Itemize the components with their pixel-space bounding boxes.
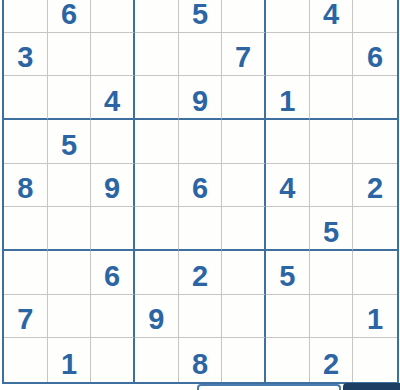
given-digit: 8 — [192, 350, 208, 379]
cell-r9c8[interactable]: 2 — [310, 338, 354, 382]
cell-r5c1[interactable]: 8 — [4, 164, 48, 208]
given-digit: 5 — [323, 218, 339, 247]
cell-r6c4[interactable] — [135, 207, 179, 251]
cell-r7c6[interactable] — [222, 251, 266, 295]
cell-r4c2[interactable]: 5 — [48, 120, 92, 164]
cell-r3c5[interactable]: 9 — [179, 76, 223, 120]
cell-r3c8[interactable] — [310, 76, 354, 120]
cell-r5c9[interactable]: 2 — [353, 164, 397, 208]
given-digit: 7 — [235, 43, 251, 72]
cell-r2c7[interactable] — [266, 33, 310, 77]
cell-r6c1[interactable] — [4, 207, 48, 251]
cell-r3c6[interactable] — [222, 76, 266, 120]
cell-r3c9[interactable] — [353, 76, 397, 120]
cell-r6c2[interactable] — [48, 207, 92, 251]
cell-r4c1[interactable] — [4, 120, 48, 164]
cell-r4c5[interactable] — [179, 120, 223, 164]
cell-r4c4[interactable] — [135, 120, 179, 164]
cell-r4c9[interactable] — [353, 120, 397, 164]
given-digit: 4 — [104, 87, 120, 116]
cell-r8c7[interactable] — [266, 295, 310, 339]
cell-r7c7[interactable]: 5 — [266, 251, 310, 295]
cell-r3c7[interactable]: 1 — [266, 76, 310, 120]
cell-r7c1[interactable] — [4, 251, 48, 295]
cell-r9c9[interactable] — [353, 338, 397, 382]
cell-r6c5[interactable] — [179, 207, 223, 251]
cell-r3c3[interactable]: 4 — [91, 76, 135, 120]
given-digit: 2 — [367, 174, 383, 203]
cell-r8c8[interactable] — [310, 295, 354, 339]
cell-r8c9[interactable]: 1 — [353, 295, 397, 339]
given-digit: 5 — [61, 131, 77, 160]
cell-r8c4[interactable]: 9 — [135, 295, 179, 339]
cell-r8c3[interactable] — [91, 295, 135, 339]
cell-r6c3[interactable] — [91, 207, 135, 251]
given-digit: 8 — [17, 174, 33, 203]
sudoku-screen: 6543764915896425625791182 — [0, 0, 400, 390]
given-digit: 2 — [323, 350, 339, 379]
cell-r1c6[interactable] — [222, 0, 266, 33]
cell-r7c9[interactable] — [353, 251, 397, 295]
cutoff-button-outline[interactable] — [197, 384, 341, 390]
given-digit: 5 — [192, 0, 208, 29]
given-digit: 9 — [148, 305, 164, 334]
given-digit: 6 — [104, 262, 120, 291]
cell-r3c1[interactable] — [4, 76, 48, 120]
cell-r2c8[interactable] — [310, 33, 354, 77]
cell-r7c3[interactable]: 6 — [91, 251, 135, 295]
given-digit: 5 — [279, 262, 295, 291]
cell-r7c5[interactable]: 2 — [179, 251, 223, 295]
given-digit: 4 — [323, 0, 339, 29]
cell-r6c7[interactable] — [266, 207, 310, 251]
cell-r4c7[interactable] — [266, 120, 310, 164]
given-digit: 1 — [279, 87, 295, 116]
cell-r5c2[interactable] — [48, 164, 92, 208]
cell-r5c6[interactable] — [222, 164, 266, 208]
cell-r4c8[interactable] — [310, 120, 354, 164]
cell-r8c5[interactable] — [179, 295, 223, 339]
cell-r7c4[interactable] — [135, 251, 179, 295]
given-digit: 9 — [104, 174, 120, 203]
cell-r2c9[interactable]: 6 — [353, 33, 397, 77]
cell-r7c8[interactable] — [310, 251, 354, 295]
cell-r8c1[interactable]: 7 — [4, 295, 48, 339]
cell-r1c8[interactable]: 4 — [310, 0, 354, 33]
given-digit: 7 — [17, 305, 33, 334]
given-digit: 6 — [367, 43, 383, 72]
cell-r4c6[interactable] — [222, 120, 266, 164]
cell-r6c9[interactable] — [353, 207, 397, 251]
given-digit: 2 — [192, 262, 208, 291]
cell-r9c7[interactable] — [266, 338, 310, 382]
cell-r8c2[interactable] — [48, 295, 92, 339]
cell-r4c3[interactable] — [91, 120, 135, 164]
cell-r1c3[interactable] — [91, 0, 135, 33]
cell-r1c9[interactable] — [353, 0, 397, 33]
given-digit: 3 — [17, 43, 33, 72]
cell-r1c5[interactable]: 5 — [179, 0, 223, 33]
cell-r5c8[interactable] — [310, 164, 354, 208]
cell-r3c4[interactable] — [135, 76, 179, 120]
cell-r9c4[interactable] — [135, 338, 179, 382]
cell-r2c1[interactable]: 3 — [4, 33, 48, 77]
cell-r2c5[interactable] — [179, 33, 223, 77]
given-digit: 6 — [192, 174, 208, 203]
cell-r2c2[interactable] — [48, 33, 92, 77]
cell-r9c3[interactable] — [91, 338, 135, 382]
given-digit: 9 — [192, 87, 208, 116]
cell-r1c4[interactable] — [135, 0, 179, 33]
given-digit: 4 — [279, 174, 295, 203]
cell-r5c4[interactable] — [135, 164, 179, 208]
cell-r6c8[interactable]: 5 — [310, 207, 354, 251]
cutoff-button-solid[interactable] — [343, 383, 400, 390]
cell-r1c1[interactable] — [4, 0, 48, 33]
cell-r9c5[interactable]: 8 — [179, 338, 223, 382]
cell-r8c6[interactable] — [222, 295, 266, 339]
given-digit: 1 — [367, 305, 383, 334]
given-digit: 1 — [61, 350, 77, 379]
cell-r2c3[interactable] — [91, 33, 135, 77]
cell-r5c5[interactable]: 6 — [179, 164, 223, 208]
cell-r7c2[interactable] — [48, 251, 92, 295]
cell-r1c7[interactable] — [266, 0, 310, 33]
cell-r9c6[interactable] — [222, 338, 266, 382]
cell-r9c1[interactable] — [4, 338, 48, 382]
cell-r9c2[interactable]: 1 — [48, 338, 92, 382]
cell-r6c6[interactable] — [222, 207, 266, 251]
given-digit: 6 — [61, 0, 77, 29]
cell-r5c7[interactable]: 4 — [266, 164, 310, 208]
sudoku-board: 6543764915896425625791182 — [2, 0, 399, 384]
cell-r2c6[interactable]: 7 — [222, 33, 266, 77]
cell-r2c4[interactable] — [135, 33, 179, 77]
cell-r1c2[interactable]: 6 — [48, 0, 92, 33]
cell-r5c3[interactable]: 9 — [91, 164, 135, 208]
cell-r3c2[interactable] — [48, 76, 92, 120]
